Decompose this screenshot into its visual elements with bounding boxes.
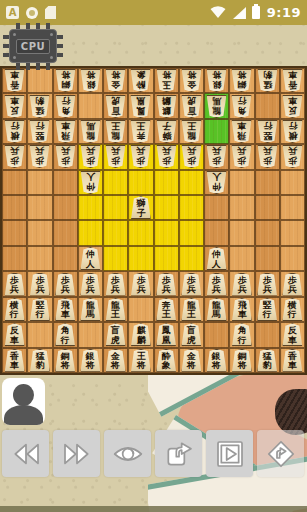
black-piece-飛車[interactable]: 飛車: [55, 298, 76, 321]
black-piece-香車[interactable]: 香車: [282, 349, 303, 372]
white-piece-角行[interactable]: 角行: [55, 95, 76, 118]
board-square-r7c10[interactable]: [229, 220, 254, 245]
board-square-r4c12[interactable]: 歩兵: [280, 144, 305, 169]
board-square-r3c11[interactable]: 竪行: [255, 119, 280, 144]
black-piece-香車[interactable]: 香車: [4, 349, 25, 372]
board-square-r8c1[interactable]: [2, 246, 27, 271]
black-piece-金将[interactable]: 金将: [105, 349, 126, 372]
board-square-r6c12[interactable]: [280, 195, 305, 220]
black-piece-銀将[interactable]: 銀将: [206, 349, 227, 372]
board-square-r7c1[interactable]: [2, 220, 27, 245]
board-square-r11c7[interactable]: 鳳凰: [154, 322, 179, 347]
white-piece-横行[interactable]: 横行: [4, 120, 25, 143]
white-piece-銀将[interactable]: 銀将: [206, 69, 227, 92]
export-button[interactable]: [155, 430, 202, 477]
screen-bottom-strip: [0, 506, 307, 512]
white-piece-歩兵[interactable]: 歩兵: [130, 145, 151, 168]
board-square-r11c1[interactable]: 反車: [2, 322, 27, 347]
white-piece-歩兵[interactable]: 歩兵: [105, 145, 126, 168]
white-piece-金将[interactable]: 金将: [181, 69, 202, 92]
rewind-button[interactable]: [2, 430, 49, 477]
board-square-r5c8[interactable]: [179, 170, 204, 195]
board-square-r8c4[interactable]: 仲人: [78, 246, 103, 271]
board-square-r12c10[interactable]: 銅将: [229, 348, 254, 373]
control-bar: [2, 430, 307, 477]
board-square-r3c8[interactable]: 龍王: [179, 119, 204, 144]
board-square-r2c2[interactable]: 猛豹: [27, 93, 52, 118]
board-square-r12c11[interactable]: 猛豹: [255, 348, 280, 373]
board-square-r9c1[interactable]: 歩兵: [2, 271, 27, 296]
board-square-r7c3[interactable]: [53, 220, 78, 245]
board-square-r1c6[interactable]: 酔象: [128, 68, 153, 93]
board-square-r10c4[interactable]: 龍馬: [78, 297, 103, 322]
black-piece-飛車[interactable]: 飛車: [231, 298, 252, 321]
board-square-r5c5[interactable]: [103, 170, 128, 195]
board-square-r12c9[interactable]: 銀将: [204, 348, 229, 373]
board-square-r11c9[interactable]: [204, 322, 229, 347]
white-piece-歩兵[interactable]: 歩兵: [4, 145, 25, 168]
chu-shogi-board[interactable]: 香車銅将銀将金将酔象玉将金将銀将銅将猛豹香車反車猛豹角行盲虎鳳凰麒麟盲虎龍馬角行…: [0, 66, 307, 375]
board-square-r4c6[interactable]: 歩兵: [128, 144, 153, 169]
board-square-r5c6[interactable]: [128, 170, 153, 195]
board-square-r7c2[interactable]: [27, 220, 52, 245]
board-square-r10c11[interactable]: 竪行: [255, 297, 280, 322]
board-square-r10c9[interactable]: 龍馬: [204, 297, 229, 322]
board-square-r7c6[interactable]: [128, 220, 153, 245]
white-piece-反車[interactable]: 反車: [4, 95, 25, 118]
wifi-icon: [210, 6, 226, 19]
black-piece-仲人[interactable]: 仲人: [80, 247, 101, 270]
circle-icon: [26, 7, 38, 19]
black-piece-角行[interactable]: 角行: [55, 323, 76, 346]
black-piece-歩兵[interactable]: 歩兵: [4, 273, 25, 296]
black-piece-歩兵[interactable]: 歩兵: [29, 273, 50, 296]
board-square-r10c7[interactable]: 奔王: [154, 297, 179, 322]
white-piece-歩兵[interactable]: 歩兵: [156, 145, 177, 168]
signal-icon: [233, 7, 245, 19]
board-square-r4c5[interactable]: 歩兵: [103, 144, 128, 169]
board-square-r8c6[interactable]: [128, 246, 153, 271]
board-square-r1c4[interactable]: 銀将: [78, 68, 103, 93]
board-square-r11c10[interactable]: 角行: [229, 322, 254, 347]
artwork-hair: [275, 389, 307, 435]
board-square-r11c12[interactable]: 反車: [280, 322, 305, 347]
board-square-r1c2[interactable]: [27, 68, 52, 93]
white-piece-龍王[interactable]: 龍王: [181, 120, 202, 143]
black-piece-歩兵[interactable]: 歩兵: [282, 273, 303, 296]
white-piece-反車[interactable]: 反車: [282, 95, 303, 118]
board-square-r2c9[interactable]: 龍馬: [204, 93, 229, 118]
board-square-r3c4[interactable]: 龍馬: [78, 119, 103, 144]
play-button[interactable]: [206, 430, 253, 477]
board-square-r6c10[interactable]: [229, 195, 254, 220]
board-square-r12c7[interactable]: 酔象: [154, 348, 179, 373]
white-piece-酔象[interactable]: 酔象: [130, 69, 151, 92]
eye-icon: [112, 438, 144, 470]
black-piece-盲虎[interactable]: 盲虎: [181, 323, 202, 346]
board-square-r3c1[interactable]: 横行: [2, 119, 27, 144]
board-square-r5c12[interactable]: [280, 170, 305, 195]
board-square-r4c11[interactable]: 歩兵: [255, 144, 280, 169]
black-piece-竪行[interactable]: 竪行: [29, 298, 50, 321]
board-square-r11c2[interactable]: [27, 322, 52, 347]
board-square-r1c5[interactable]: 金将: [103, 68, 128, 93]
board-square-r8c12[interactable]: [280, 246, 305, 271]
player-avatar[interactable]: [2, 378, 45, 425]
black-piece-金将[interactable]: 金将: [181, 349, 202, 372]
board-square-r10c8[interactable]: 龍王: [179, 297, 204, 322]
black-piece-鳳凰[interactable]: 鳳凰: [156, 323, 177, 346]
white-piece-麒麟[interactable]: 麒麟: [156, 95, 177, 118]
board-square-r9c10[interactable]: 歩兵: [229, 271, 254, 296]
board-square-r11c3[interactable]: 角行: [53, 322, 78, 347]
white-piece-盲虎[interactable]: 盲虎: [105, 95, 126, 118]
board-square-r12c6[interactable]: 王将: [128, 348, 153, 373]
board-square-r9c6[interactable]: 歩兵: [128, 271, 153, 296]
black-piece-角行[interactable]: 角行: [231, 323, 252, 346]
white-piece-仲人[interactable]: 仲人: [206, 171, 227, 194]
white-piece-盲虎[interactable]: 盲虎: [181, 95, 202, 118]
board-square-r1c3[interactable]: 銅将: [53, 68, 78, 93]
black-piece-銀将[interactable]: 銀将: [80, 349, 101, 372]
board-square-r11c6[interactable]: 麒麟: [128, 322, 153, 347]
cpu-turn-indicator: CPU: [9, 29, 57, 63]
black-piece-奔王[interactable]: 奔王: [156, 298, 177, 321]
board-square-r1c11[interactable]: 猛豹: [255, 68, 280, 93]
black-piece-歩兵[interactable]: 歩兵: [156, 273, 177, 296]
white-piece-歩兵[interactable]: 歩兵: [80, 145, 101, 168]
white-piece-奔王[interactable]: 奔王: [130, 120, 151, 143]
white-piece-仲人[interactable]: 仲人: [80, 171, 101, 194]
black-piece-王将[interactable]: 王将: [130, 349, 151, 372]
board-square-r6c5[interactable]: [103, 195, 128, 220]
clock-text: 9:19: [267, 5, 301, 20]
board-square-r6c1[interactable]: [2, 195, 27, 220]
white-piece-龍馬[interactable]: 龍馬: [80, 120, 101, 143]
board-square-r12c3[interactable]: 銅将: [53, 348, 78, 373]
white-piece-飛車[interactable]: 飛車: [55, 120, 76, 143]
board-square-r2c7[interactable]: 麒麟: [154, 93, 179, 118]
board-square-r3c12[interactable]: 横行: [280, 119, 305, 144]
board-square-r4c1[interactable]: 歩兵: [2, 144, 27, 169]
board-square-r4c9[interactable]: 歩兵: [204, 144, 229, 169]
black-piece-獅子[interactable]: 獅子: [130, 196, 151, 219]
board-square-r2c8[interactable]: 盲虎: [179, 93, 204, 118]
board-square-r12c2[interactable]: 猛豹: [27, 348, 52, 373]
white-piece-飛車[interactable]: 飛車: [231, 120, 252, 143]
board-square-r7c8[interactable]: [179, 220, 204, 245]
board-square-r11c4[interactable]: [78, 322, 103, 347]
board-square-r10c5[interactable]: 龍王: [103, 297, 128, 322]
board-square-r3c3[interactable]: 飛車: [53, 119, 78, 144]
board-square-r1c1[interactable]: 香車: [2, 68, 27, 93]
black-piece-歩兵[interactable]: 歩兵: [130, 273, 151, 296]
board-square-r8c2[interactable]: [27, 246, 52, 271]
black-piece-歩兵[interactable]: 歩兵: [257, 273, 278, 296]
black-piece-猛豹[interactable]: 猛豹: [29, 349, 50, 372]
cpu-label: CPU: [16, 39, 50, 54]
board-square-r7c9[interactable]: [204, 220, 229, 245]
board-square-r4c8[interactable]: 歩兵: [179, 144, 204, 169]
rewind-icon: [10, 438, 42, 470]
black-piece-酔象[interactable]: 酔象: [156, 349, 177, 372]
board-square-r2c6[interactable]: 鳳凰: [128, 93, 153, 118]
board-square-r5c9[interactable]: 仲人: [204, 170, 229, 195]
black-piece-歩兵[interactable]: 歩兵: [80, 273, 101, 296]
board-square-r1c12[interactable]: 香車: [280, 68, 305, 93]
board-square-r8c3[interactable]: [53, 246, 78, 271]
board-square-r10c10[interactable]: 飛車: [229, 297, 254, 322]
board-square-r1c10[interactable]: 銅将: [229, 68, 254, 93]
board-square-r6c8[interactable]: [179, 195, 204, 220]
white-piece-歩兵[interactable]: 歩兵: [206, 145, 227, 168]
board-square-r6c11[interactable]: [255, 195, 280, 220]
white-piece-龍王[interactable]: 龍王: [105, 120, 126, 143]
board-square-r11c8[interactable]: 盲虎: [179, 322, 204, 347]
black-piece-龍馬[interactable]: 龍馬: [206, 298, 227, 321]
board-square-r5c3[interactable]: [53, 170, 78, 195]
board-square-r2c3[interactable]: 角行: [53, 93, 78, 118]
white-piece-銅将[interactable]: 銅将: [55, 69, 76, 92]
board-square-r8c7[interactable]: [154, 246, 179, 271]
black-piece-猛豹[interactable]: 猛豹: [257, 349, 278, 372]
black-piece-歩兵[interactable]: 歩兵: [231, 273, 252, 296]
white-piece-香車[interactable]: 香車: [282, 69, 303, 92]
black-piece-龍王[interactable]: 龍王: [105, 298, 126, 321]
black-piece-麒麟[interactable]: 麒麟: [130, 323, 151, 346]
black-piece-歩兵[interactable]: 歩兵: [181, 273, 202, 296]
board-square-r2c10[interactable]: 角行: [229, 93, 254, 118]
board-square-r2c11[interactable]: [255, 93, 280, 118]
board-square-r6c6[interactable]: 獅子: [128, 195, 153, 220]
board-square-r12c1[interactable]: 香車: [2, 348, 27, 373]
ime-a-icon: A: [6, 6, 19, 19]
black-piece-龍王[interactable]: 龍王: [181, 298, 202, 321]
board-square-r9c12[interactable]: 歩兵: [280, 271, 305, 296]
board-square-r10c1[interactable]: 横行: [2, 297, 27, 322]
board-square-r9c7[interactable]: 歩兵: [154, 271, 179, 296]
board-square-r7c7[interactable]: [154, 220, 179, 245]
board-square-r6c3[interactable]: [53, 195, 78, 220]
board-square-r12c4[interactable]: 銀将: [78, 348, 103, 373]
white-piece-鳳凰[interactable]: 鳳凰: [130, 95, 151, 118]
board-square-r2c5[interactable]: 盲虎: [103, 93, 128, 118]
play-icon: [214, 438, 246, 470]
board-square-r1c8[interactable]: 金将: [179, 68, 204, 93]
board-square-r2c1[interactable]: 反車: [2, 93, 27, 118]
board-square-r8c8[interactable]: [179, 246, 204, 271]
white-piece-銀将[interactable]: 銀将: [80, 69, 101, 92]
black-piece-歩兵[interactable]: 歩兵: [105, 273, 126, 296]
board-square-r6c9[interactable]: [204, 195, 229, 220]
board-square-r10c2[interactable]: 竪行: [27, 297, 52, 322]
board-square-r10c6[interactable]: [128, 297, 153, 322]
board-square-r2c12[interactable]: 反車: [280, 93, 305, 118]
fast-forward-button[interactable]: [53, 430, 100, 477]
avatar-shoulders: [4, 405, 43, 425]
board-square-r5c1[interactable]: [2, 170, 27, 195]
export-icon: [163, 438, 195, 470]
white-piece-獅子[interactable]: 獅子: [156, 120, 177, 143]
white-piece-歩兵[interactable]: 歩兵: [29, 145, 50, 168]
board-square-r9c5[interactable]: 歩兵: [103, 271, 128, 296]
status-bar: A 9:19: [0, 0, 307, 25]
black-piece-横行[interactable]: 横行: [4, 298, 25, 321]
board-square-r5c2[interactable]: [27, 170, 52, 195]
black-piece-歩兵[interactable]: 歩兵: [55, 273, 76, 296]
board-square-r9c9[interactable]: 歩兵: [204, 271, 229, 296]
black-piece-盲虎[interactable]: 盲虎: [105, 323, 126, 346]
board-square-r8c5[interactable]: [103, 246, 128, 271]
white-piece-角行[interactable]: 角行: [231, 95, 252, 118]
board-square-r3c2[interactable]: 竪行: [27, 119, 52, 144]
board-square-r4c4[interactable]: 歩兵: [78, 144, 103, 169]
board-square-r7c5[interactable]: [103, 220, 128, 245]
board-square-r7c11[interactable]: [255, 220, 280, 245]
black-piece-銅将[interactable]: 銅将: [55, 349, 76, 372]
black-piece-銅将[interactable]: 銅将: [231, 349, 252, 372]
white-piece-歩兵[interactable]: 歩兵: [181, 145, 202, 168]
black-piece-歩兵[interactable]: 歩兵: [206, 273, 227, 296]
board-square-r5c11[interactable]: [255, 170, 280, 195]
board-square-r9c4[interactable]: 歩兵: [78, 271, 103, 296]
white-piece-竪行[interactable]: 竪行: [257, 120, 278, 143]
board-square-r12c5[interactable]: 金将: [103, 348, 128, 373]
white-piece-猛豹[interactable]: 猛豹: [29, 95, 50, 118]
black-piece-横行[interactable]: 横行: [282, 298, 303, 321]
board-square-r12c8[interactable]: 金将: [179, 348, 204, 373]
avatar-head: [13, 384, 34, 406]
board-square-r10c3[interactable]: 飛車: [53, 297, 78, 322]
board-square-r9c11[interactable]: 歩兵: [255, 271, 280, 296]
board-square-r4c2[interactable]: 歩兵: [27, 144, 52, 169]
board-square-r3c7[interactable]: 獅子: [154, 119, 179, 144]
board-square-r5c10[interactable]: [229, 170, 254, 195]
board-square-r5c7[interactable]: [154, 170, 179, 195]
white-piece-竪行[interactable]: 竪行: [29, 120, 50, 143]
board-square-r9c8[interactable]: 歩兵: [179, 271, 204, 296]
board-square-r4c3[interactable]: 歩兵: [53, 144, 78, 169]
board-square-r8c11[interactable]: [255, 246, 280, 271]
white-piece-歩兵[interactable]: 歩兵: [282, 145, 303, 168]
white-piece-龍馬[interactable]: 龍馬: [206, 95, 227, 118]
white-piece-猛豹[interactable]: 猛豹: [257, 69, 278, 92]
black-piece-龍馬[interactable]: 龍馬: [80, 298, 101, 321]
board-square-r8c10[interactable]: [229, 246, 254, 271]
board-square-r5c4[interactable]: 仲人: [78, 170, 103, 195]
white-piece-歩兵[interactable]: 歩兵: [55, 145, 76, 168]
board-square-r6c2[interactable]: [27, 195, 52, 220]
board-square-r4c7[interactable]: 歩兵: [154, 144, 179, 169]
board-square-r2c4[interactable]: [78, 93, 103, 118]
board-square-r3c10[interactable]: 飛車: [229, 119, 254, 144]
black-piece-竪行[interactable]: 竪行: [257, 298, 278, 321]
board-square-r12c12[interactable]: 香車: [280, 348, 305, 373]
white-piece-玉将[interactable]: 玉将: [156, 69, 177, 92]
white-piece-金将[interactable]: 金将: [105, 69, 126, 92]
board-square-r1c9[interactable]: 銀将: [204, 68, 229, 93]
board-square-r6c7[interactable]: [154, 195, 179, 220]
board-square-r3c5[interactable]: 龍王: [103, 119, 128, 144]
black-piece-反車[interactable]: 反車: [282, 323, 303, 346]
black-piece-反車[interactable]: 反車: [4, 323, 25, 346]
board-square-r9c2[interactable]: 歩兵: [27, 271, 52, 296]
board-square-r3c9[interactable]: [204, 119, 229, 144]
board-square-r4c10[interactable]: 歩兵: [229, 144, 254, 169]
black-piece-仲人[interactable]: 仲人: [206, 247, 227, 270]
sd-card-icon: [45, 6, 56, 19]
turn-pass-button[interactable]: [257, 430, 304, 477]
board-square-r6c4[interactable]: [78, 195, 103, 220]
battery-icon: [252, 6, 260, 19]
white-piece-銅将[interactable]: 銅将: [231, 69, 252, 92]
white-piece-歩兵[interactable]: 歩兵: [257, 145, 278, 168]
fast-forward-icon: [61, 438, 93, 470]
board-square-r1c7[interactable]: 玉将: [154, 68, 179, 93]
turn-arrow-icon: [265, 438, 297, 470]
board-square-r10c12[interactable]: 横行: [280, 297, 305, 322]
board-square-r11c5[interactable]: 盲虎: [103, 322, 128, 347]
board-square-r9c3[interactable]: 歩兵: [53, 271, 78, 296]
board-square-r7c12[interactable]: [280, 220, 305, 245]
board-square-r3c6[interactable]: 奔王: [128, 119, 153, 144]
white-piece-歩兵[interactable]: 歩兵: [231, 145, 252, 168]
view-moves-button[interactable]: [104, 430, 151, 477]
board-square-r7c4[interactable]: [78, 220, 103, 245]
board-square-r8c9[interactable]: 仲人: [204, 246, 229, 271]
white-piece-香車[interactable]: 香車: [4, 69, 25, 92]
board-square-r11c11[interactable]: [255, 322, 280, 347]
white-piece-横行[interactable]: 横行: [282, 120, 303, 143]
